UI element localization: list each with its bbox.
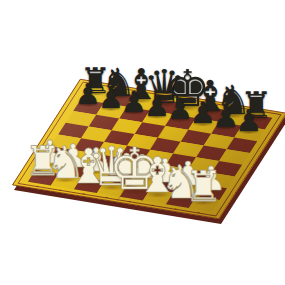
piece-white-rook[interactable]: ♜ <box>185 166 223 208</box>
piece-black-pawn[interactable]: ♟ <box>235 106 262 136</box>
pieces-layer: ♜♞♝♛♚♝♞♜♟♟♟♟♟♟♟♟♟♟♟♟♟♟♟♟♜♞♝♛♚♝♞♜ <box>0 0 285 285</box>
chess-set-photo: ♜♞♝♛♚♝♞♜♟♟♟♟♟♟♟♟♟♟♟♟♟♟♟♟♜♞♝♛♚♝♞♜ <box>0 0 285 285</box>
